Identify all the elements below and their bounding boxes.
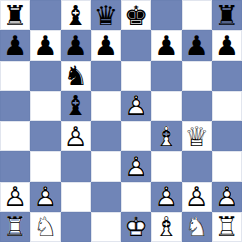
square-d1[interactable]	[91, 212, 121, 242]
square-b4[interactable]	[30, 121, 60, 151]
square-f2[interactable]: ♟♙	[151, 182, 181, 212]
square-g5[interactable]	[182, 91, 212, 121]
square-c2[interactable]	[61, 182, 91, 212]
piece-black-rook[interactable]: ♜	[212, 0, 242, 30]
square-g1[interactable]: ♞♘	[182, 212, 212, 242]
piece-white-knight[interactable]: ♞♘	[182, 212, 212, 242]
square-d7[interactable]: ♟	[91, 30, 121, 60]
square-g8[interactable]	[182, 0, 212, 30]
square-f6[interactable]	[151, 61, 181, 91]
square-b5[interactable]	[30, 91, 60, 121]
square-a2[interactable]: ♟♙	[0, 182, 30, 212]
white-queen-outline-icon: ♕	[182, 121, 212, 151]
piece-white-pawn[interactable]: ♟♙	[61, 121, 91, 151]
black-queen-icon: ♛	[91, 0, 121, 30]
black-pawn-icon: ♟	[0, 30, 30, 60]
square-e6[interactable]	[121, 61, 151, 91]
piece-black-pawn[interactable]: ♟	[212, 30, 242, 60]
black-knight-icon: ♞	[61, 61, 91, 91]
black-rook-icon: ♜	[212, 0, 242, 30]
square-h2[interactable]: ♟♙	[212, 182, 242, 212]
square-f5[interactable]	[151, 91, 181, 121]
square-e7[interactable]	[121, 30, 151, 60]
square-c1[interactable]	[61, 212, 91, 242]
piece-black-rook[interactable]: ♜	[0, 0, 30, 30]
piece-white-bishop[interactable]: ♝♗	[151, 212, 181, 242]
square-e8[interactable]: ♚	[121, 0, 151, 30]
piece-black-pawn[interactable]: ♟	[0, 30, 30, 60]
black-bishop-icon: ♝	[61, 0, 91, 30]
square-f7[interactable]: ♟	[151, 30, 181, 60]
black-rook-icon: ♜	[0, 0, 30, 30]
square-f3[interactable]	[151, 151, 181, 181]
piece-white-pawn[interactable]: ♟♙	[121, 91, 151, 121]
piece-white-bishop[interactable]: ♝♗	[151, 121, 181, 151]
square-b8[interactable]	[30, 0, 60, 30]
square-a1[interactable]: ♜♖	[0, 212, 30, 242]
square-d6[interactable]	[91, 61, 121, 91]
square-h5[interactable]	[212, 91, 242, 121]
square-b6[interactable]	[30, 61, 60, 91]
piece-black-king[interactable]: ♚	[121, 0, 151, 30]
square-b1[interactable]: ♞♘	[30, 212, 60, 242]
square-d3[interactable]	[91, 151, 121, 181]
piece-black-pawn[interactable]: ♟	[61, 30, 91, 60]
square-a5[interactable]	[0, 91, 30, 121]
piece-white-rook[interactable]: ♜♖	[0, 212, 30, 242]
piece-white-pawn[interactable]: ♟♙	[212, 182, 242, 212]
black-pawn-icon: ♟	[30, 30, 60, 60]
square-e4[interactable]	[121, 121, 151, 151]
white-knight-outline-icon: ♘	[30, 212, 60, 242]
square-e2[interactable]	[121, 182, 151, 212]
black-bishop-icon: ♝	[61, 91, 91, 121]
square-h6[interactable]	[212, 61, 242, 91]
white-rook-outline-icon: ♖	[212, 212, 242, 242]
square-b3[interactable]	[30, 151, 60, 181]
square-g2[interactable]: ♟♙	[182, 182, 212, 212]
square-a7[interactable]: ♟	[0, 30, 30, 60]
white-pawn-outline-icon: ♙	[61, 121, 91, 151]
square-c5[interactable]: ♝	[61, 91, 91, 121]
square-h1[interactable]: ♜♖	[212, 212, 242, 242]
square-c4[interactable]: ♟♙	[61, 121, 91, 151]
piece-black-bishop[interactable]: ♝	[61, 0, 91, 30]
white-pawn-outline-icon: ♙	[212, 182, 242, 212]
white-rook-outline-icon: ♖	[0, 212, 30, 242]
piece-black-pawn[interactable]: ♟	[91, 30, 121, 60]
black-pawn-icon: ♟	[151, 30, 181, 60]
square-g4[interactable]: ♛♕	[182, 121, 212, 151]
square-c7[interactable]: ♟	[61, 30, 91, 60]
square-f4[interactable]: ♝♗	[151, 121, 181, 151]
piece-white-pawn[interactable]: ♟♙	[182, 182, 212, 212]
piece-white-pawn[interactable]: ♟♙	[0, 182, 30, 212]
white-pawn-outline-icon: ♙	[0, 182, 30, 212]
white-king-outline-icon: ♔	[121, 212, 151, 242]
square-a4[interactable]	[0, 121, 30, 151]
square-d2[interactable]	[91, 182, 121, 212]
piece-white-pawn[interactable]: ♟♙	[30, 182, 60, 212]
black-pawn-icon: ♟	[61, 30, 91, 60]
square-g7[interactable]: ♟	[182, 30, 212, 60]
piece-black-queen[interactable]: ♛	[91, 0, 121, 30]
white-pawn-outline-icon: ♙	[121, 151, 151, 181]
square-b7[interactable]: ♟	[30, 30, 60, 60]
square-e3[interactable]: ♟♙	[121, 151, 151, 181]
square-a6[interactable]	[0, 61, 30, 91]
white-pawn-outline-icon: ♙	[121, 91, 151, 121]
black-pawn-icon: ♟	[91, 30, 121, 60]
square-c6[interactable]: ♞	[61, 61, 91, 91]
square-d8[interactable]: ♛	[91, 0, 121, 30]
white-knight-outline-icon: ♘	[182, 212, 212, 242]
square-a8[interactable]: ♜	[0, 0, 30, 30]
black-king-icon: ♚	[121, 0, 151, 30]
piece-white-queen[interactable]: ♛♕	[182, 121, 212, 151]
square-h7[interactable]: ♟	[212, 30, 242, 60]
square-e5[interactable]: ♟♙	[121, 91, 151, 121]
square-c3[interactable]	[61, 151, 91, 181]
square-g3[interactable]	[182, 151, 212, 181]
square-g6[interactable]	[182, 61, 212, 91]
piece-white-king[interactable]: ♚♔	[121, 212, 151, 242]
piece-white-rook[interactable]: ♜♖	[212, 212, 242, 242]
piece-white-pawn[interactable]: ♟♙	[121, 151, 151, 181]
white-pawn-outline-icon: ♙	[30, 182, 60, 212]
white-bishop-outline-icon: ♗	[151, 121, 181, 151]
piece-black-pawn[interactable]: ♟	[182, 30, 212, 60]
square-h4[interactable]	[212, 121, 242, 151]
square-f1[interactable]: ♝♗	[151, 212, 181, 242]
piece-white-knight[interactable]: ♞♘	[30, 212, 60, 242]
square-c8[interactable]: ♝	[61, 0, 91, 30]
black-pawn-icon: ♟	[182, 30, 212, 60]
black-pawn-icon: ♟	[212, 30, 242, 60]
square-f8[interactable]	[151, 0, 181, 30]
square-a3[interactable]	[0, 151, 30, 181]
square-h8[interactable]: ♜	[212, 0, 242, 30]
white-bishop-outline-icon: ♗	[151, 212, 181, 242]
white-pawn-outline-icon: ♙	[151, 182, 181, 212]
square-b2[interactable]: ♟♙	[30, 182, 60, 212]
square-d4[interactable]	[91, 121, 121, 151]
piece-black-bishop[interactable]: ♝	[61, 91, 91, 121]
square-d5[interactable]	[91, 91, 121, 121]
piece-black-knight[interactable]: ♞	[61, 61, 91, 91]
white-pawn-outline-icon: ♙	[182, 182, 212, 212]
chess-board: ♜♝♛♚♜♟♟♟♟♟♟♟♞♝♟♙♟♙♝♗♛♕♟♙♟♙♟♙♟♙♟♙♟♙♜♖♞♘♚♔…	[0, 0, 242, 242]
piece-black-pawn[interactable]: ♟	[30, 30, 60, 60]
square-h3[interactable]	[212, 151, 242, 181]
square-e1[interactable]: ♚♔	[121, 212, 151, 242]
piece-white-pawn[interactable]: ♟♙	[151, 182, 181, 212]
piece-black-pawn[interactable]: ♟	[151, 30, 181, 60]
